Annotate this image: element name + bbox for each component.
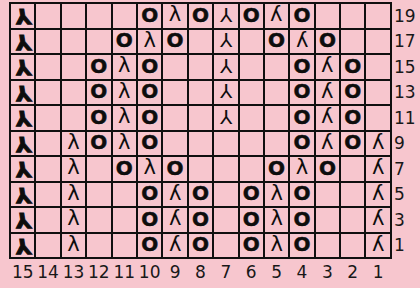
yarn-over-symbol: O [268, 158, 285, 178]
yarn-over-symbol: O [319, 30, 336, 50]
chart-cell-r7-c9: O [162, 156, 187, 182]
chart-cell-r17-c11: O [112, 29, 137, 55]
column-number-label-11: 11 [112, 259, 137, 285]
right-decrease-symbol: λ [321, 81, 333, 102]
central-double-decrease-symbol: Y [220, 81, 232, 101]
chart-cell-r3-c4: O [289, 207, 314, 233]
chart-cell-r3-c9: λ [162, 207, 187, 233]
chart-cell-r19-c14 [35, 3, 60, 29]
chart-cell-r7-c11: O [112, 156, 137, 182]
chart-cell-r5-c3 [315, 182, 340, 208]
row-number-label-11: 11 [394, 105, 420, 131]
chart-cell-r13-c13 [61, 80, 86, 106]
chart-cell-r3-c2 [340, 207, 365, 233]
chart-cell-r5-c2 [340, 182, 365, 208]
left-decrease-symbol: λ [296, 157, 308, 178]
knitting-chart-board: YOλOYOλOYOλOYOλOYOλOYOλOYOλOYOλOYOλOYOλO… [9, 2, 392, 259]
column-number-label-10: 10 [137, 259, 162, 285]
edge-double-decrease-symbol: Y [13, 209, 32, 230]
right-decrease-symbol: λ [321, 132, 333, 153]
chart-cell-r19-c5: λ [264, 3, 289, 29]
yarn-over-symbol: O [344, 132, 361, 152]
central-double-decrease-symbol: Y [220, 5, 232, 25]
chart-cell-r9-c7 [213, 131, 238, 157]
chart-cell-r13-c15: Y [10, 80, 35, 106]
chart-cell-r19-c2 [340, 3, 365, 29]
chart-cell-r9-c13: λ [61, 131, 86, 157]
chart-cell-r11-c9 [162, 105, 187, 131]
yarn-over-symbol: O [268, 30, 285, 50]
yarn-over-symbol: O [243, 209, 260, 229]
chart-cell-r15-c14 [35, 54, 60, 80]
row-number-label-5: 5 [394, 182, 420, 208]
central-double-decrease-symbol: Y [220, 30, 232, 50]
left-decrease-symbol: λ [143, 30, 155, 51]
edge-double-decrease-symbol: Y [13, 56, 32, 77]
chart-cell-r11-c1 [365, 105, 390, 131]
chart-cell-r19-c7: Y [213, 3, 238, 29]
chart-cell-r17-c5: O [264, 29, 289, 55]
chart-cell-r11-c2: O [340, 105, 365, 131]
chart-cell-r9-c8 [188, 131, 213, 157]
chart-cell-r1-c9: λ [162, 233, 187, 259]
chart-cell-r5-c7 [213, 182, 238, 208]
left-decrease-symbol: λ [67, 183, 79, 204]
chart-cell-r11-c7: Y [213, 105, 238, 131]
row-number-label-13: 13 [394, 80, 420, 106]
chart-cell-r15-c6 [239, 54, 264, 80]
chart-cell-r11-c8 [188, 105, 213, 131]
chart-cell-r17-c7: Y [213, 29, 238, 55]
chart-cell-r13-c4: O [289, 80, 314, 106]
chart-cell-r9-c11: λ [112, 131, 137, 157]
row-number-label-19: 19 [394, 3, 420, 29]
chart-cell-r17-c1 [365, 29, 390, 55]
yarn-over-symbol: O [293, 132, 310, 152]
chart-cell-r9-c9 [162, 131, 187, 157]
right-decrease-symbol: λ [169, 208, 181, 229]
chart-cell-r7-c10: λ [137, 156, 162, 182]
chart-cell-r17-c4: λ [289, 29, 314, 55]
chart-cell-r3-c13: λ [61, 207, 86, 233]
chart-cell-r19-c8: O [188, 3, 213, 29]
right-decrease-symbol: λ [321, 55, 333, 76]
right-decrease-symbol: λ [372, 208, 384, 229]
yarn-over-symbol: O [141, 56, 158, 76]
chart-cell-r1-c12 [86, 233, 111, 259]
chart-cell-r19-c11 [112, 3, 137, 29]
yarn-over-symbol: O [293, 183, 310, 203]
chart-cell-r7-c14 [35, 156, 60, 182]
chart-cell-r5-c10: O [137, 182, 162, 208]
yarn-over-symbol: O [90, 132, 107, 152]
left-decrease-symbol: λ [118, 132, 130, 153]
row-number-label-7: 7 [394, 156, 420, 182]
chart-cell-r11-c4: O [289, 105, 314, 131]
chart-cell-r19-c1 [365, 3, 390, 29]
chart-cell-r5-c13: λ [61, 182, 86, 208]
chart-cell-r1-c10: O [137, 233, 162, 259]
chart-cell-r5-c11 [112, 182, 137, 208]
left-decrease-symbol: λ [143, 157, 155, 178]
yarn-over-symbol: O [243, 183, 260, 203]
chart-cell-r9-c3: λ [315, 131, 340, 157]
chart-cell-r19-c10: O [137, 3, 162, 29]
right-decrease-symbol: λ [169, 183, 181, 204]
yarn-over-symbol: O [90, 107, 107, 127]
right-decrease-symbol: λ [321, 106, 333, 127]
chart-cell-r15-c7: Y [213, 54, 238, 80]
chart-cell-r7-c7 [213, 156, 238, 182]
chart-cell-r13-c8 [188, 80, 213, 106]
chart-cell-r9-c15: Y [10, 131, 35, 157]
chart-cell-r13-c3: λ [315, 80, 340, 106]
yarn-over-symbol: O [293, 234, 310, 254]
edge-double-decrease-symbol: Y [13, 107, 32, 128]
yarn-over-symbol: O [293, 107, 310, 127]
chart-cell-r17-c9: O [162, 29, 187, 55]
chart-cell-r1-c13: λ [61, 233, 86, 259]
chart-cell-r7-c12 [86, 156, 111, 182]
chart-cell-r5-c12 [86, 182, 111, 208]
chart-cell-r17-c2 [340, 29, 365, 55]
chart-cell-r3-c15: Y [10, 207, 35, 233]
right-decrease-symbol: λ [372, 132, 384, 153]
column-number-label-5: 5 [264, 259, 289, 285]
chart-cell-r19-c4: O [289, 3, 314, 29]
left-decrease-symbol: λ [270, 234, 282, 255]
yarn-over-symbol: O [116, 158, 133, 178]
left-decrease-symbol: λ [67, 157, 79, 178]
chart-cell-r17-c8 [188, 29, 213, 55]
column-number-label-14: 14 [35, 259, 60, 285]
chart-cell-r13-c12: O [86, 80, 111, 106]
central-double-decrease-symbol: Y [220, 56, 232, 76]
chart-cell-r7-c1: λ [365, 156, 390, 182]
chart-cell-r9-c4: O [289, 131, 314, 157]
chart-cell-r1-c6: O [239, 233, 264, 259]
yarn-over-symbol: O [141, 107, 158, 127]
chart-cell-r19-c3 [315, 3, 340, 29]
chart-cell-r1-c5: λ [264, 233, 289, 259]
chart-cell-r15-c2: O [340, 54, 365, 80]
column-number-label-3: 3 [315, 259, 340, 285]
chart-cell-r1-c8: O [188, 233, 213, 259]
chart-cell-r3-c7 [213, 207, 238, 233]
yarn-over-symbol: O [293, 209, 310, 229]
chart-cell-r19-c9: λ [162, 3, 187, 29]
chart-cell-r1-c1: λ [365, 233, 390, 259]
chart-cell-r3-c5: λ [264, 207, 289, 233]
chart-cell-r13-c7: Y [213, 80, 238, 106]
chart-cell-r15-c4: O [289, 54, 314, 80]
chart-cell-r19-c13 [61, 3, 86, 29]
chart-cell-r11-c12: O [86, 105, 111, 131]
yarn-over-symbol: O [192, 5, 209, 25]
yarn-over-symbol: O [167, 158, 184, 178]
yarn-over-symbol: O [141, 234, 158, 254]
row-number-label-3: 3 [394, 207, 420, 233]
chart-cell-r9-c12: O [86, 131, 111, 157]
central-double-decrease-symbol: Y [220, 107, 232, 127]
yarn-over-symbol: O [90, 81, 107, 101]
chart-cell-r15-c11: λ [112, 54, 137, 80]
yarn-over-symbol: O [243, 5, 260, 25]
chart-cell-r5-c4: O [289, 182, 314, 208]
column-number-label-15: 15 [10, 259, 35, 285]
chart-cell-r9-c1: λ [365, 131, 390, 157]
row-number-label-1: 1 [394, 233, 420, 259]
left-decrease-symbol: λ [118, 81, 130, 102]
yarn-over-symbol: O [141, 209, 158, 229]
column-number-label-6: 6 [239, 259, 264, 285]
chart-cell-r7-c5: O [264, 156, 289, 182]
chart-cell-r15-c10: O [137, 54, 162, 80]
left-decrease-symbol: λ [67, 132, 79, 153]
right-decrease-symbol: λ [372, 183, 384, 204]
chart-cell-r5-c15: Y [10, 182, 35, 208]
chart-cell-r3-c12 [86, 207, 111, 233]
chart-cell-r3-c6: O [239, 207, 264, 233]
yarn-over-symbol: O [243, 234, 260, 254]
chart-cell-r17-c12 [86, 29, 111, 55]
column-number-label-8: 8 [188, 259, 213, 285]
row-number-label-9: 9 [394, 131, 420, 157]
yarn-over-symbol: O [90, 56, 107, 76]
edge-double-decrease-symbol: Y [13, 5, 32, 26]
yarn-over-symbol: O [192, 183, 209, 203]
column-number-label-13: 13 [61, 259, 86, 285]
chart-cell-r9-c6 [239, 131, 264, 157]
chart-cell-r13-c10: O [137, 80, 162, 106]
edge-double-decrease-symbol: Y [13, 158, 32, 179]
chart-cell-r7-c13: λ [61, 156, 86, 182]
left-decrease-symbol: λ [118, 106, 130, 127]
column-number-label-2: 2 [340, 259, 365, 285]
edge-double-decrease-symbol: Y [13, 133, 32, 154]
chart-cell-r1-c11 [112, 233, 137, 259]
chart-cell-r15-c1 [365, 54, 390, 80]
column-number-label-9: 9 [162, 259, 187, 285]
chart-cell-r5-c8: O [188, 182, 213, 208]
column-number-labels: 151413121110987654321 [10, 259, 391, 285]
yarn-over-symbol: O [141, 5, 158, 25]
yarn-over-symbol: O [116, 30, 133, 50]
chart-cell-r5-c9: λ [162, 182, 187, 208]
right-decrease-symbol: λ [169, 234, 181, 255]
yarn-over-symbol: O [141, 132, 158, 152]
chart-cell-r13-c2: O [340, 80, 365, 106]
yarn-over-symbol: O [293, 5, 310, 25]
chart-cell-r5-c14 [35, 182, 60, 208]
column-number-label-12: 12 [86, 259, 111, 285]
chart-cell-r7-c6 [239, 156, 264, 182]
chart-cell-r15-c9 [162, 54, 187, 80]
yarn-over-symbol: O [344, 56, 361, 76]
chart-cell-r3-c8: O [188, 207, 213, 233]
chart-cell-r3-c11 [112, 207, 137, 233]
chart-cell-r11-c13 [61, 105, 86, 131]
edge-double-decrease-symbol: Y [13, 31, 32, 52]
left-decrease-symbol: λ [169, 4, 181, 25]
chart-cell-r9-c2: O [340, 131, 365, 157]
chart-cell-r17-c6 [239, 29, 264, 55]
chart-cell-r7-c3: O [315, 156, 340, 182]
chart-cell-r13-c9 [162, 80, 187, 106]
yarn-over-symbol: O [141, 81, 158, 101]
chart-cell-r1-c2 [340, 233, 365, 259]
chart-cell-r15-c12: O [86, 54, 111, 80]
chart-cell-r17-c14 [35, 29, 60, 55]
chart-cell-r17-c13 [61, 29, 86, 55]
chart-cell-r17-c15: Y [10, 29, 35, 55]
chart-cell-r15-c5 [264, 54, 289, 80]
edge-double-decrease-symbol: Y [13, 235, 32, 256]
chart-cell-r11-c6 [239, 105, 264, 131]
left-decrease-symbol: λ [118, 55, 130, 76]
chart-cell-r19-c15: Y [10, 3, 35, 29]
left-decrease-symbol: λ [67, 234, 79, 255]
left-decrease-symbol: λ [270, 208, 282, 229]
left-decrease-symbol: λ [67, 208, 79, 229]
chart-cell-r3-c1: λ [365, 207, 390, 233]
chart-cell-r1-c14 [35, 233, 60, 259]
yarn-over-symbol: O [192, 209, 209, 229]
right-decrease-symbol: λ [296, 30, 308, 51]
column-number-label-7: 7 [213, 259, 238, 285]
chart-cell-r1-c4: O [289, 233, 314, 259]
chart-cell-r13-c1 [365, 80, 390, 106]
chart-cell-r3-c14 [35, 207, 60, 233]
chart-cell-r3-c3 [315, 207, 340, 233]
chart-cell-r17-c10: λ [137, 29, 162, 55]
chart-cell-r13-c14 [35, 80, 60, 106]
chart-cell-r5-c1: λ [365, 182, 390, 208]
chart-cell-r9-c10: O [137, 131, 162, 157]
row-number-label-17: 17 [394, 29, 420, 55]
chart-cell-r15-c8 [188, 54, 213, 80]
chart-cell-r1-c7 [213, 233, 238, 259]
column-number-label-4: 4 [289, 259, 314, 285]
chart-cell-r11-c14 [35, 105, 60, 131]
yarn-over-symbol: O [141, 183, 158, 203]
chart-cell-r7-c8 [188, 156, 213, 182]
yarn-over-symbol: O [319, 158, 336, 178]
chart-cell-r5-c6: O [239, 182, 264, 208]
knitting-chart-screenshot: YOλOYOλOYOλOYOλOYOλOYOλOYOλOYOλOYOλOYOλO… [0, 0, 420, 288]
chart-cell-r19-c12 [86, 3, 111, 29]
chart-cell-r7-c15: Y [10, 156, 35, 182]
row-number-labels: 191715131197531 [394, 3, 420, 258]
column-number-label-1: 1 [365, 259, 390, 285]
chart-cell-r11-c15: Y [10, 105, 35, 131]
chart-cell-r11-c10: O [137, 105, 162, 131]
chart-cell-r9-c14 [35, 131, 60, 157]
chart-cell-r1-c15: Y [10, 233, 35, 259]
chart-cell-r15-c13 [61, 54, 86, 80]
chart-cell-r11-c3: λ [315, 105, 340, 131]
chart-cell-r15-c15: Y [10, 54, 35, 80]
yarn-over-symbol: O [344, 81, 361, 101]
chart-cell-r1-c3 [315, 233, 340, 259]
right-decrease-symbol: λ [372, 234, 384, 255]
edge-double-decrease-symbol: Y [13, 184, 32, 205]
chart-cell-r5-c5: λ [264, 182, 289, 208]
edge-double-decrease-symbol: Y [13, 82, 32, 103]
chart-cell-r17-c3: O [315, 29, 340, 55]
yarn-over-symbol: O [344, 107, 361, 127]
right-decrease-symbol: λ [270, 4, 282, 25]
chart-cell-r13-c5 [264, 80, 289, 106]
yarn-over-symbol: O [293, 81, 310, 101]
chart-cell-r13-c6 [239, 80, 264, 106]
yarn-over-symbol: O [167, 30, 184, 50]
chart-cell-r9-c5 [264, 131, 289, 157]
right-decrease-symbol: λ [372, 157, 384, 178]
row-number-label-15: 15 [394, 54, 420, 80]
chart-cell-r11-c11: λ [112, 105, 137, 131]
yarn-over-symbol: O [293, 56, 310, 76]
chart-cell-r3-c10: O [137, 207, 162, 233]
yarn-over-symbol: O [192, 234, 209, 254]
chart-cell-r13-c11: λ [112, 80, 137, 106]
left-decrease-symbol: λ [270, 183, 282, 204]
chart-cell-r7-c4: λ [289, 156, 314, 182]
chart-cell-r19-c6: O [239, 3, 264, 29]
chart-cell-r15-c3: λ [315, 54, 340, 80]
chart-cell-r7-c2 [340, 156, 365, 182]
chart-cell-r11-c5 [264, 105, 289, 131]
